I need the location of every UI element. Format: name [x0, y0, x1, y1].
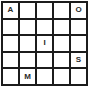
cell-r0c1[interactable] [20, 3, 35, 18]
cell-r0c0[interactable]: A [3, 3, 18, 18]
cell-r3c4[interactable]: S [71, 53, 86, 68]
cell-r4c4[interactable] [71, 69, 86, 84]
letter-grid-board: A O I S M [1, 1, 88, 86]
cell-r2c3[interactable] [54, 36, 69, 51]
cell-r3c3[interactable] [54, 53, 69, 68]
cell-r4c0[interactable] [3, 69, 18, 84]
cell-r2c4[interactable] [71, 36, 86, 51]
puzzle-area: A O I S M [0, 0, 90, 90]
cell-r0c4[interactable]: O [71, 3, 86, 18]
cell-r0c3[interactable] [54, 3, 69, 18]
cell-r1c2[interactable] [37, 20, 52, 35]
cell-r4c1[interactable]: M [20, 69, 35, 84]
cell-r1c1[interactable] [20, 20, 35, 35]
cell-r3c2[interactable] [37, 53, 52, 68]
cell-r2c2[interactable]: I [37, 36, 52, 51]
cell-r0c2[interactable] [37, 3, 52, 18]
cell-r1c3[interactable] [54, 20, 69, 35]
cell-r2c1[interactable] [20, 36, 35, 51]
cell-r4c3[interactable] [54, 69, 69, 84]
cell-r4c2[interactable] [37, 69, 52, 84]
cell-r1c4[interactable] [71, 20, 86, 35]
cell-r3c0[interactable] [3, 53, 18, 68]
cell-r3c1[interactable] [20, 53, 35, 68]
cell-r2c0[interactable] [3, 36, 18, 51]
cell-r1c0[interactable] [3, 20, 18, 35]
